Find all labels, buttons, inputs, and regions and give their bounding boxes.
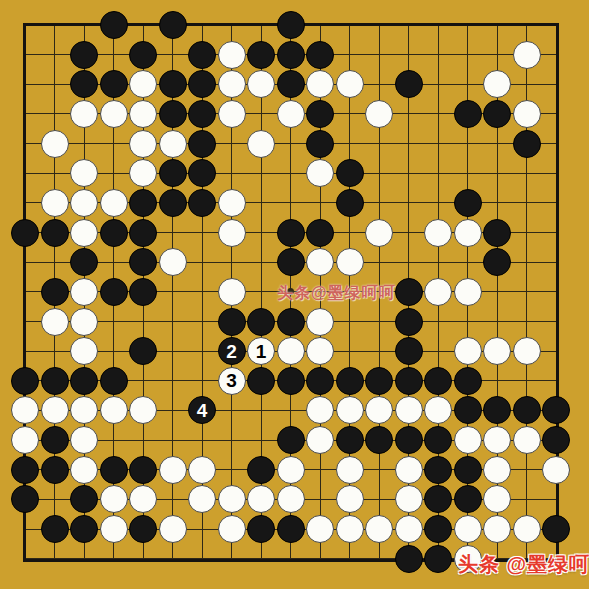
white-stone-7-16 [218,485,246,513]
white-stone-11-15 [336,456,364,484]
black-stone-3-0 [100,11,128,39]
black-stone-13-11 [395,337,423,365]
black-stone-12-12 [365,367,393,395]
black-stone-14-14 [424,426,452,454]
black-stone-14-12 [424,367,452,395]
black-stone-5-5 [159,159,187,187]
white-stone-15-14 [454,426,482,454]
black-stone-15-16 [454,485,482,513]
white-stone-17-1 [513,41,541,69]
white-stone-15-11 [454,337,482,365]
black-stone-9-1 [277,41,305,69]
black-stone-9-17 [277,515,305,543]
black-stone-3-12 [100,367,128,395]
white-stone-9-16 [277,485,305,513]
black-stone-9-8 [277,248,305,276]
black-stone-6-1 [188,41,216,69]
black-stone-4-9 [129,278,157,306]
black-stone-6-3 [188,100,216,128]
black-stone-1-7 [41,219,69,247]
move-number-label: 3 [226,371,237,390]
white-stone-14-9 [424,278,452,306]
black-stone-18-17 [542,515,570,543]
black-stone-14-15 [424,456,452,484]
white-stone-2-6 [70,189,98,217]
black-stone-5-2 [159,70,187,98]
white-stone-8-11: 1 [247,337,275,365]
white-stone-9-3 [277,100,305,128]
white-stone-3-6 [100,189,128,217]
white-stone-15-9 [454,278,482,306]
black-stone-2-17 [70,515,98,543]
black-stone-13-14 [395,426,423,454]
white-stone-7-1 [218,41,246,69]
black-stone-10-3 [306,100,334,128]
white-stone-16-17 [483,515,511,543]
black-stone-15-13 [454,396,482,424]
white-stone-14-7 [424,219,452,247]
black-stone-13-10 [395,308,423,336]
white-stone-5-17 [159,515,187,543]
black-stone-9-10 [277,308,305,336]
white-stone-5-8 [159,248,187,276]
black-stone-7-11: 2 [218,337,246,365]
white-stone-17-11 [513,337,541,365]
white-stone-10-10 [306,308,334,336]
white-stone-4-4 [129,130,157,158]
white-stone-2-7 [70,219,98,247]
white-stone-12-7 [365,219,393,247]
white-stone-7-9 [218,278,246,306]
go-board: 2134 头条@墨绿呵呵 头条 @墨绿呵呵 [0,0,589,589]
white-stone-1-10 [41,308,69,336]
white-stone-11-8 [336,248,364,276]
white-stone-7-12: 3 [218,367,246,395]
black-stone-18-13 [542,396,570,424]
white-stone-16-15 [483,456,511,484]
black-stone-9-14 [277,426,305,454]
black-stone-5-6 [159,189,187,217]
black-stone-4-17 [129,515,157,543]
black-stone-9-0 [277,11,305,39]
black-stone-4-8 [129,248,157,276]
white-stone-7-6 [218,189,246,217]
black-stone-0-15 [11,456,39,484]
watermark-center: 头条@墨绿呵呵 [277,283,396,304]
white-stone-2-14 [70,426,98,454]
black-stone-14-17 [424,515,452,543]
black-stone-4-1 [129,41,157,69]
white-stone-10-14 [306,426,334,454]
white-stone-9-15 [277,456,305,484]
black-stone-6-4 [188,130,216,158]
white-stone-10-11 [306,337,334,365]
white-stone-1-13 [41,396,69,424]
black-stone-10-12 [306,367,334,395]
black-stone-3-15 [100,456,128,484]
white-stone-10-8 [306,248,334,276]
move-number-label: 2 [226,342,237,361]
black-stone-8-10 [247,308,275,336]
black-stone-1-15 [41,456,69,484]
black-stone-9-7 [277,219,305,247]
black-stone-10-4 [306,130,334,158]
black-stone-10-1 [306,41,334,69]
black-stone-1-17 [41,515,69,543]
black-stone-11-6 [336,189,364,217]
black-stone-0-7 [11,219,39,247]
black-stone-16-7 [483,219,511,247]
white-stone-6-15 [188,456,216,484]
white-stone-8-4 [247,130,275,158]
white-stone-13-17 [395,515,423,543]
move-number-label: 4 [197,401,208,420]
white-stone-3-17 [100,515,128,543]
white-stone-12-3 [365,100,393,128]
black-stone-16-8 [483,248,511,276]
black-stone-8-15 [247,456,275,484]
black-stone-2-1 [70,41,98,69]
black-stone-13-12 [395,367,423,395]
white-stone-13-13 [395,396,423,424]
white-stone-17-14 [513,426,541,454]
white-stone-15-7 [454,219,482,247]
black-stone-1-9 [41,278,69,306]
black-stone-13-2 [395,70,423,98]
white-stone-3-13 [100,396,128,424]
watermark-bottom-right: 头条 @墨绿呵呵 [458,551,589,578]
white-stone-17-17 [513,515,541,543]
black-stone-4-7 [129,219,157,247]
black-stone-1-12 [41,367,69,395]
white-stone-11-2 [336,70,364,98]
black-stone-12-14 [365,426,393,454]
black-stone-8-12 [247,367,275,395]
move-number-label: 1 [256,342,267,361]
white-stone-11-17 [336,515,364,543]
white-stone-16-11 [483,337,511,365]
white-stone-1-6 [41,189,69,217]
white-stone-15-17 [454,515,482,543]
black-stone-3-9 [100,278,128,306]
black-stone-8-17 [247,515,275,543]
white-stone-4-3 [129,100,157,128]
white-stone-7-2 [218,70,246,98]
white-stone-12-17 [365,515,393,543]
black-stone-6-6 [188,189,216,217]
black-stone-2-12 [70,367,98,395]
white-stone-5-4 [159,130,187,158]
white-stone-10-17 [306,515,334,543]
black-stone-8-1 [247,41,275,69]
black-stone-18-14 [542,426,570,454]
white-stone-13-16 [395,485,423,513]
white-stone-2-9 [70,278,98,306]
black-stone-4-11 [129,337,157,365]
white-stone-3-3 [100,100,128,128]
white-stone-11-13 [336,396,364,424]
black-stone-17-13 [513,396,541,424]
black-stone-11-12 [336,367,364,395]
black-stone-7-10 [218,308,246,336]
white-stone-7-7 [218,219,246,247]
white-stone-5-15 [159,456,187,484]
black-stone-9-2 [277,70,305,98]
white-stone-1-4 [41,130,69,158]
white-stone-9-11 [277,337,305,365]
black-stone-14-18 [424,545,452,573]
black-stone-3-7 [100,219,128,247]
black-stone-4-15 [129,456,157,484]
black-stone-5-0 [159,11,187,39]
white-stone-2-3 [70,100,98,128]
black-stone-5-3 [159,100,187,128]
white-stone-2-10 [70,308,98,336]
black-stone-11-5 [336,159,364,187]
black-stone-11-14 [336,426,364,454]
white-stone-13-15 [395,456,423,484]
black-stone-4-6 [129,189,157,217]
black-stone-16-3 [483,100,511,128]
black-stone-3-2 [100,70,128,98]
white-stone-7-17 [218,515,246,543]
white-stone-2-11 [70,337,98,365]
black-stone-13-18 [395,545,423,573]
black-stone-0-12 [11,367,39,395]
white-stone-2-15 [70,456,98,484]
black-stone-13-9 [395,278,423,306]
white-stone-7-3 [218,100,246,128]
black-stone-15-12 [454,367,482,395]
black-stone-15-6 [454,189,482,217]
white-stone-3-16 [100,485,128,513]
black-stone-15-3 [454,100,482,128]
black-stone-2-8 [70,248,98,276]
black-stone-1-14 [41,426,69,454]
black-stone-10-7 [306,219,334,247]
white-stone-16-14 [483,426,511,454]
black-stone-15-15 [454,456,482,484]
white-stone-17-3 [513,100,541,128]
black-stone-9-12 [277,367,305,395]
white-stone-11-16 [336,485,364,513]
white-stone-0-14 [11,426,39,454]
white-stone-18-15 [542,456,570,484]
black-stone-17-4 [513,130,541,158]
